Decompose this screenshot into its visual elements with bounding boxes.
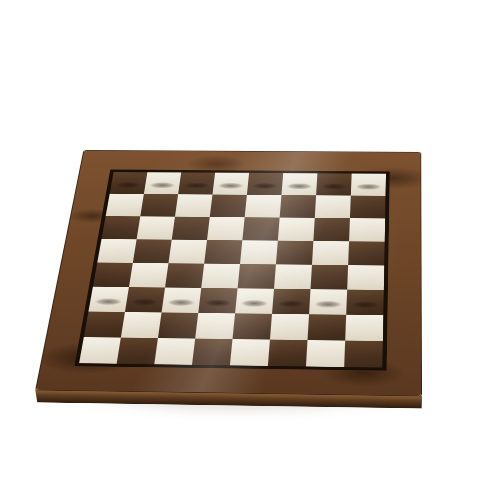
product-photo-scene: ♜♞♝♛♚♞♝♜♜♞♝♛♚♝♞♜	[0, 0, 480, 480]
square-g7[interactable]	[315, 195, 351, 218]
piece-gold-rook[interactable]: ♜	[347, 249, 383, 305]
piece-gold-knight[interactable]: ♞	[124, 237, 166, 303]
square-b8[interactable]	[144, 172, 181, 194]
square-f7[interactable]	[280, 195, 316, 218]
square-a8[interactable]	[110, 172, 148, 194]
chess-board: ♜♞♝♛♚♞♝♜♜♞♝♛♚♝♞♜	[36, 151, 421, 396]
square-h8[interactable]	[351, 174, 386, 196]
square-g8[interactable]	[316, 173, 352, 195]
square-d8[interactable]	[212, 173, 249, 195]
square-c8[interactable]	[178, 172, 215, 194]
square-b7[interactable]	[140, 194, 178, 217]
square-e8[interactable]	[247, 173, 283, 195]
piece-gold-knight[interactable]: ♞	[307, 239, 349, 306]
square-f8[interactable]	[281, 173, 317, 195]
piece-gold-bishop[interactable]: ♝	[271, 240, 312, 304]
square-h7[interactable]	[350, 196, 386, 219]
piece-gold-rook[interactable]: ♜	[91, 247, 126, 302]
square-a7[interactable]	[106, 194, 144, 217]
